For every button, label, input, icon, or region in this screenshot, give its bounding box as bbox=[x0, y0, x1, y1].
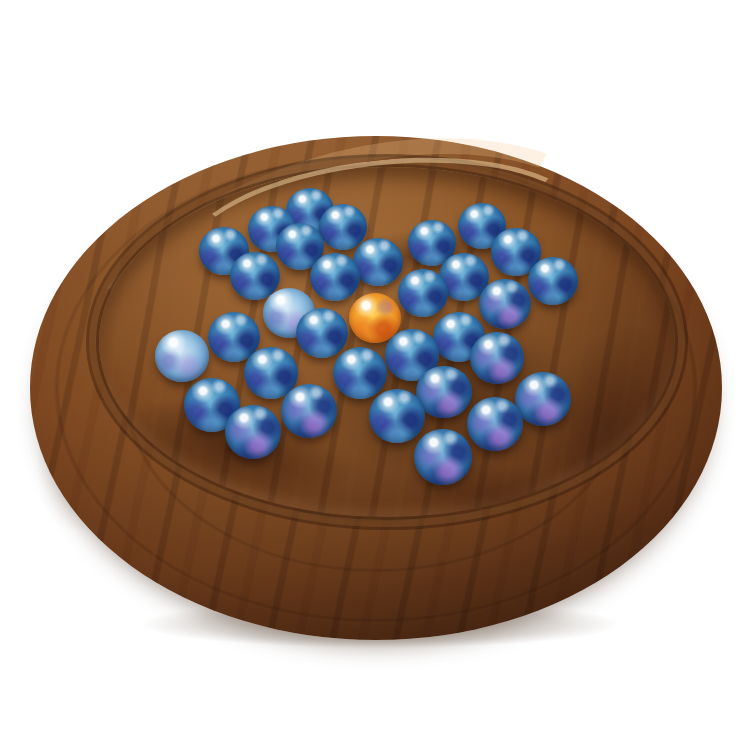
blue-marble[interactable] bbox=[281, 384, 337, 438]
blue-marble[interactable] bbox=[414, 429, 472, 484]
blue-marble[interactable] bbox=[319, 204, 367, 250]
blue-marble[interactable] bbox=[225, 405, 282, 459]
blue-marble[interactable] bbox=[310, 253, 360, 301]
blue-marble[interactable] bbox=[416, 366, 471, 419]
blue-marble[interactable] bbox=[470, 332, 524, 383]
blue-marble[interactable] bbox=[353, 238, 403, 286]
blue-marble[interactable] bbox=[369, 389, 425, 443]
blue-marble[interactable] bbox=[155, 330, 209, 381]
photo-canvas bbox=[0, 0, 755, 755]
blue-marble[interactable] bbox=[333, 347, 387, 399]
blue-marble[interactable] bbox=[296, 308, 349, 358]
blue-marble[interactable] bbox=[479, 279, 530, 328]
blue-marble[interactable] bbox=[528, 257, 578, 305]
blue-marble[interactable] bbox=[467, 397, 523, 451]
blue-marble[interactable] bbox=[398, 269, 449, 318]
blue-marble[interactable] bbox=[515, 372, 570, 425]
marbles-layer bbox=[0, 0, 755, 755]
